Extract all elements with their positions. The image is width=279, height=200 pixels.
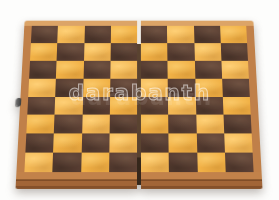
square-r2c1 — [30, 43, 57, 61]
square-r1c4 — [111, 26, 138, 43]
square-r2c3 — [84, 43, 111, 61]
clasp-hook-icon — [16, 98, 21, 106]
square-r4c2 — [55, 78, 83, 96]
square-r7c8 — [224, 134, 253, 153]
square-r4c3 — [83, 78, 110, 96]
square-r8c8 — [225, 153, 254, 172]
square-r5c7 — [195, 97, 223, 115]
photo-background: darabanth — [0, 0, 279, 200]
square-r2c8 — [221, 43, 248, 61]
square-r5c6 — [168, 97, 196, 115]
square-r1c1 — [31, 26, 58, 43]
square-r6c6 — [168, 115, 196, 134]
square-r3c2 — [56, 61, 83, 79]
square-r6c7 — [196, 115, 224, 134]
square-r6c2 — [54, 115, 82, 134]
square-r8c3 — [81, 153, 109, 172]
square-r2c5 — [141, 43, 168, 61]
square-r3c4 — [110, 61, 137, 79]
square-r3c6 — [168, 61, 195, 79]
square-r6c4 — [109, 115, 137, 134]
square-r6c5 — [141, 115, 169, 134]
square-r1c2 — [57, 26, 84, 43]
square-r3c1 — [29, 61, 57, 79]
square-r2c6 — [167, 43, 194, 61]
square-r5c3 — [82, 97, 110, 115]
square-r7c4 — [109, 134, 137, 153]
square-r2c2 — [57, 43, 84, 61]
square-r8c2 — [53, 153, 82, 172]
square-r5c5 — [141, 97, 168, 115]
square-r1c6 — [167, 26, 194, 43]
square-r1c3 — [84, 26, 111, 43]
square-r3c3 — [83, 61, 110, 79]
square-r4c8 — [222, 78, 250, 96]
square-r7c1 — [25, 134, 54, 153]
square-r2c7 — [194, 43, 221, 61]
square-r1c7 — [194, 26, 221, 43]
square-r5c8 — [223, 97, 251, 115]
square-r3c8 — [221, 61, 249, 79]
board-grid-right — [141, 26, 254, 172]
square-r7c6 — [169, 134, 197, 153]
square-r7c5 — [141, 134, 169, 153]
square-r8c1 — [24, 153, 53, 172]
board-right-half — [141, 21, 263, 189]
square-r6c3 — [82, 115, 110, 134]
square-r5c4 — [110, 97, 137, 115]
square-r3c7 — [194, 61, 221, 79]
square-r1c5 — [141, 26, 168, 43]
square-r6c1 — [26, 115, 54, 134]
square-r5c2 — [55, 97, 83, 115]
square-r8c6 — [169, 153, 197, 172]
square-r4c5 — [141, 78, 168, 96]
square-r6c8 — [223, 115, 251, 134]
square-r8c7 — [197, 153, 226, 172]
square-r7c3 — [81, 134, 109, 153]
square-r7c7 — [196, 134, 224, 153]
square-r8c5 — [141, 153, 169, 172]
square-r4c7 — [195, 78, 223, 96]
square-r4c1 — [28, 78, 56, 96]
board-left-half — [16, 21, 138, 189]
square-r3c5 — [141, 61, 168, 79]
board-grid-left — [24, 26, 137, 172]
square-r5c1 — [27, 97, 55, 115]
square-r8c4 — [109, 153, 137, 172]
square-r4c4 — [110, 78, 137, 96]
square-r7c2 — [53, 134, 81, 153]
chess-board-box — [16, 21, 263, 189]
square-r1c8 — [220, 26, 247, 43]
square-r2c4 — [110, 43, 137, 61]
square-r4c6 — [168, 78, 195, 96]
